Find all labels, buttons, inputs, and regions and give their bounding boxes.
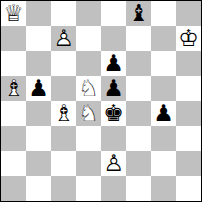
black-pawn[interactable]: ♟ <box>26 76 51 101</box>
square-e8[interactable] <box>101 1 126 26</box>
square-a3[interactable] <box>1 126 26 151</box>
square-b3[interactable] <box>26 126 51 151</box>
square-b7[interactable] <box>26 26 51 51</box>
square-c6[interactable] <box>51 51 76 76</box>
square-d5[interactable]: ♞♘ <box>76 76 101 101</box>
white-pawn[interactable]: ♟♙ <box>51 26 76 51</box>
square-d8[interactable] <box>76 1 101 26</box>
square-a7[interactable] <box>1 26 26 51</box>
square-g4[interactable]: ♟ <box>151 101 176 126</box>
square-a4[interactable] <box>1 101 26 126</box>
square-f3[interactable] <box>126 126 151 151</box>
square-h5[interactable] <box>176 76 201 101</box>
square-e1[interactable] <box>101 176 126 201</box>
piece-outline-layer: ♕ <box>1 1 26 26</box>
square-d3[interactable] <box>76 126 101 151</box>
square-h7[interactable]: ♚♔ <box>176 26 201 51</box>
black-king[interactable]: ♚ <box>101 101 126 126</box>
square-c3[interactable] <box>51 126 76 151</box>
square-f6[interactable] <box>126 51 151 76</box>
black-pawn[interactable]: ♟ <box>151 101 176 126</box>
square-g2[interactable] <box>151 151 176 176</box>
square-f7[interactable] <box>126 26 151 51</box>
square-b2[interactable] <box>26 151 51 176</box>
square-g7[interactable] <box>151 26 176 51</box>
white-bishop[interactable]: ♝♗ <box>1 76 26 101</box>
piece-outline-layer: ♘ <box>76 76 101 101</box>
square-h6[interactable] <box>176 51 201 76</box>
white-knight[interactable]: ♞♘ <box>76 76 101 101</box>
square-f4[interactable] <box>126 101 151 126</box>
square-a6[interactable] <box>1 51 26 76</box>
white-bishop[interactable]: ♝♗ <box>51 101 76 126</box>
square-h4[interactable] <box>176 101 201 126</box>
square-f1[interactable] <box>126 176 151 201</box>
square-h8[interactable] <box>176 1 201 26</box>
square-c4[interactable]: ♝♗ <box>51 101 76 126</box>
square-b8[interactable] <box>26 1 51 26</box>
square-c7[interactable]: ♟♙ <box>51 26 76 51</box>
chess-board: ♛♕♝♟♙♚♔♟♝♗♟♞♘♟♝♗♞♘♚♟♟♙ <box>0 0 202 202</box>
square-b1[interactable] <box>26 176 51 201</box>
piece-outline-layer: ♙ <box>51 26 76 51</box>
piece-outline-layer: ♙ <box>101 151 126 176</box>
square-f8[interactable]: ♝ <box>126 1 151 26</box>
square-e3[interactable] <box>101 126 126 151</box>
square-g8[interactable] <box>151 1 176 26</box>
white-pawn[interactable]: ♟♙ <box>101 151 126 176</box>
square-f2[interactable] <box>126 151 151 176</box>
square-c2[interactable] <box>51 151 76 176</box>
square-h3[interactable] <box>176 126 201 151</box>
square-b5[interactable]: ♟ <box>26 76 51 101</box>
square-a8[interactable]: ♛♕ <box>1 1 26 26</box>
white-king[interactable]: ♚♔ <box>176 26 201 51</box>
square-g1[interactable] <box>151 176 176 201</box>
square-d6[interactable] <box>76 51 101 76</box>
square-d2[interactable] <box>76 151 101 176</box>
black-bishop[interactable]: ♝ <box>126 1 151 26</box>
square-e6[interactable]: ♟ <box>101 51 126 76</box>
square-c1[interactable] <box>51 176 76 201</box>
square-h2[interactable] <box>176 151 201 176</box>
square-a1[interactable] <box>1 176 26 201</box>
square-e5[interactable]: ♟ <box>101 76 126 101</box>
square-g5[interactable] <box>151 76 176 101</box>
square-c8[interactable] <box>51 1 76 26</box>
white-queen[interactable]: ♛♕ <box>1 1 26 26</box>
white-knight[interactable]: ♞♘ <box>76 101 101 126</box>
square-a2[interactable] <box>1 151 26 176</box>
piece-outline-layer: ♔ <box>176 26 201 51</box>
square-h1[interactable] <box>176 176 201 201</box>
square-g3[interactable] <box>151 126 176 151</box>
piece-outline-layer: ♗ <box>51 101 76 126</box>
square-e2[interactable]: ♟♙ <box>101 151 126 176</box>
piece-outline-layer: ♗ <box>1 76 26 101</box>
piece-outline-layer: ♘ <box>76 101 101 126</box>
square-d1[interactable] <box>76 176 101 201</box>
square-e7[interactable] <box>101 26 126 51</box>
square-g6[interactable] <box>151 51 176 76</box>
square-b4[interactable] <box>26 101 51 126</box>
square-d4[interactable]: ♞♘ <box>76 101 101 126</box>
square-e4[interactable]: ♚ <box>101 101 126 126</box>
black-pawn[interactable]: ♟ <box>101 76 126 101</box>
square-d7[interactable] <box>76 26 101 51</box>
square-b6[interactable] <box>26 51 51 76</box>
square-f5[interactable] <box>126 76 151 101</box>
square-a5[interactable]: ♝♗ <box>1 76 26 101</box>
black-pawn[interactable]: ♟ <box>101 51 126 76</box>
square-c5[interactable] <box>51 76 76 101</box>
